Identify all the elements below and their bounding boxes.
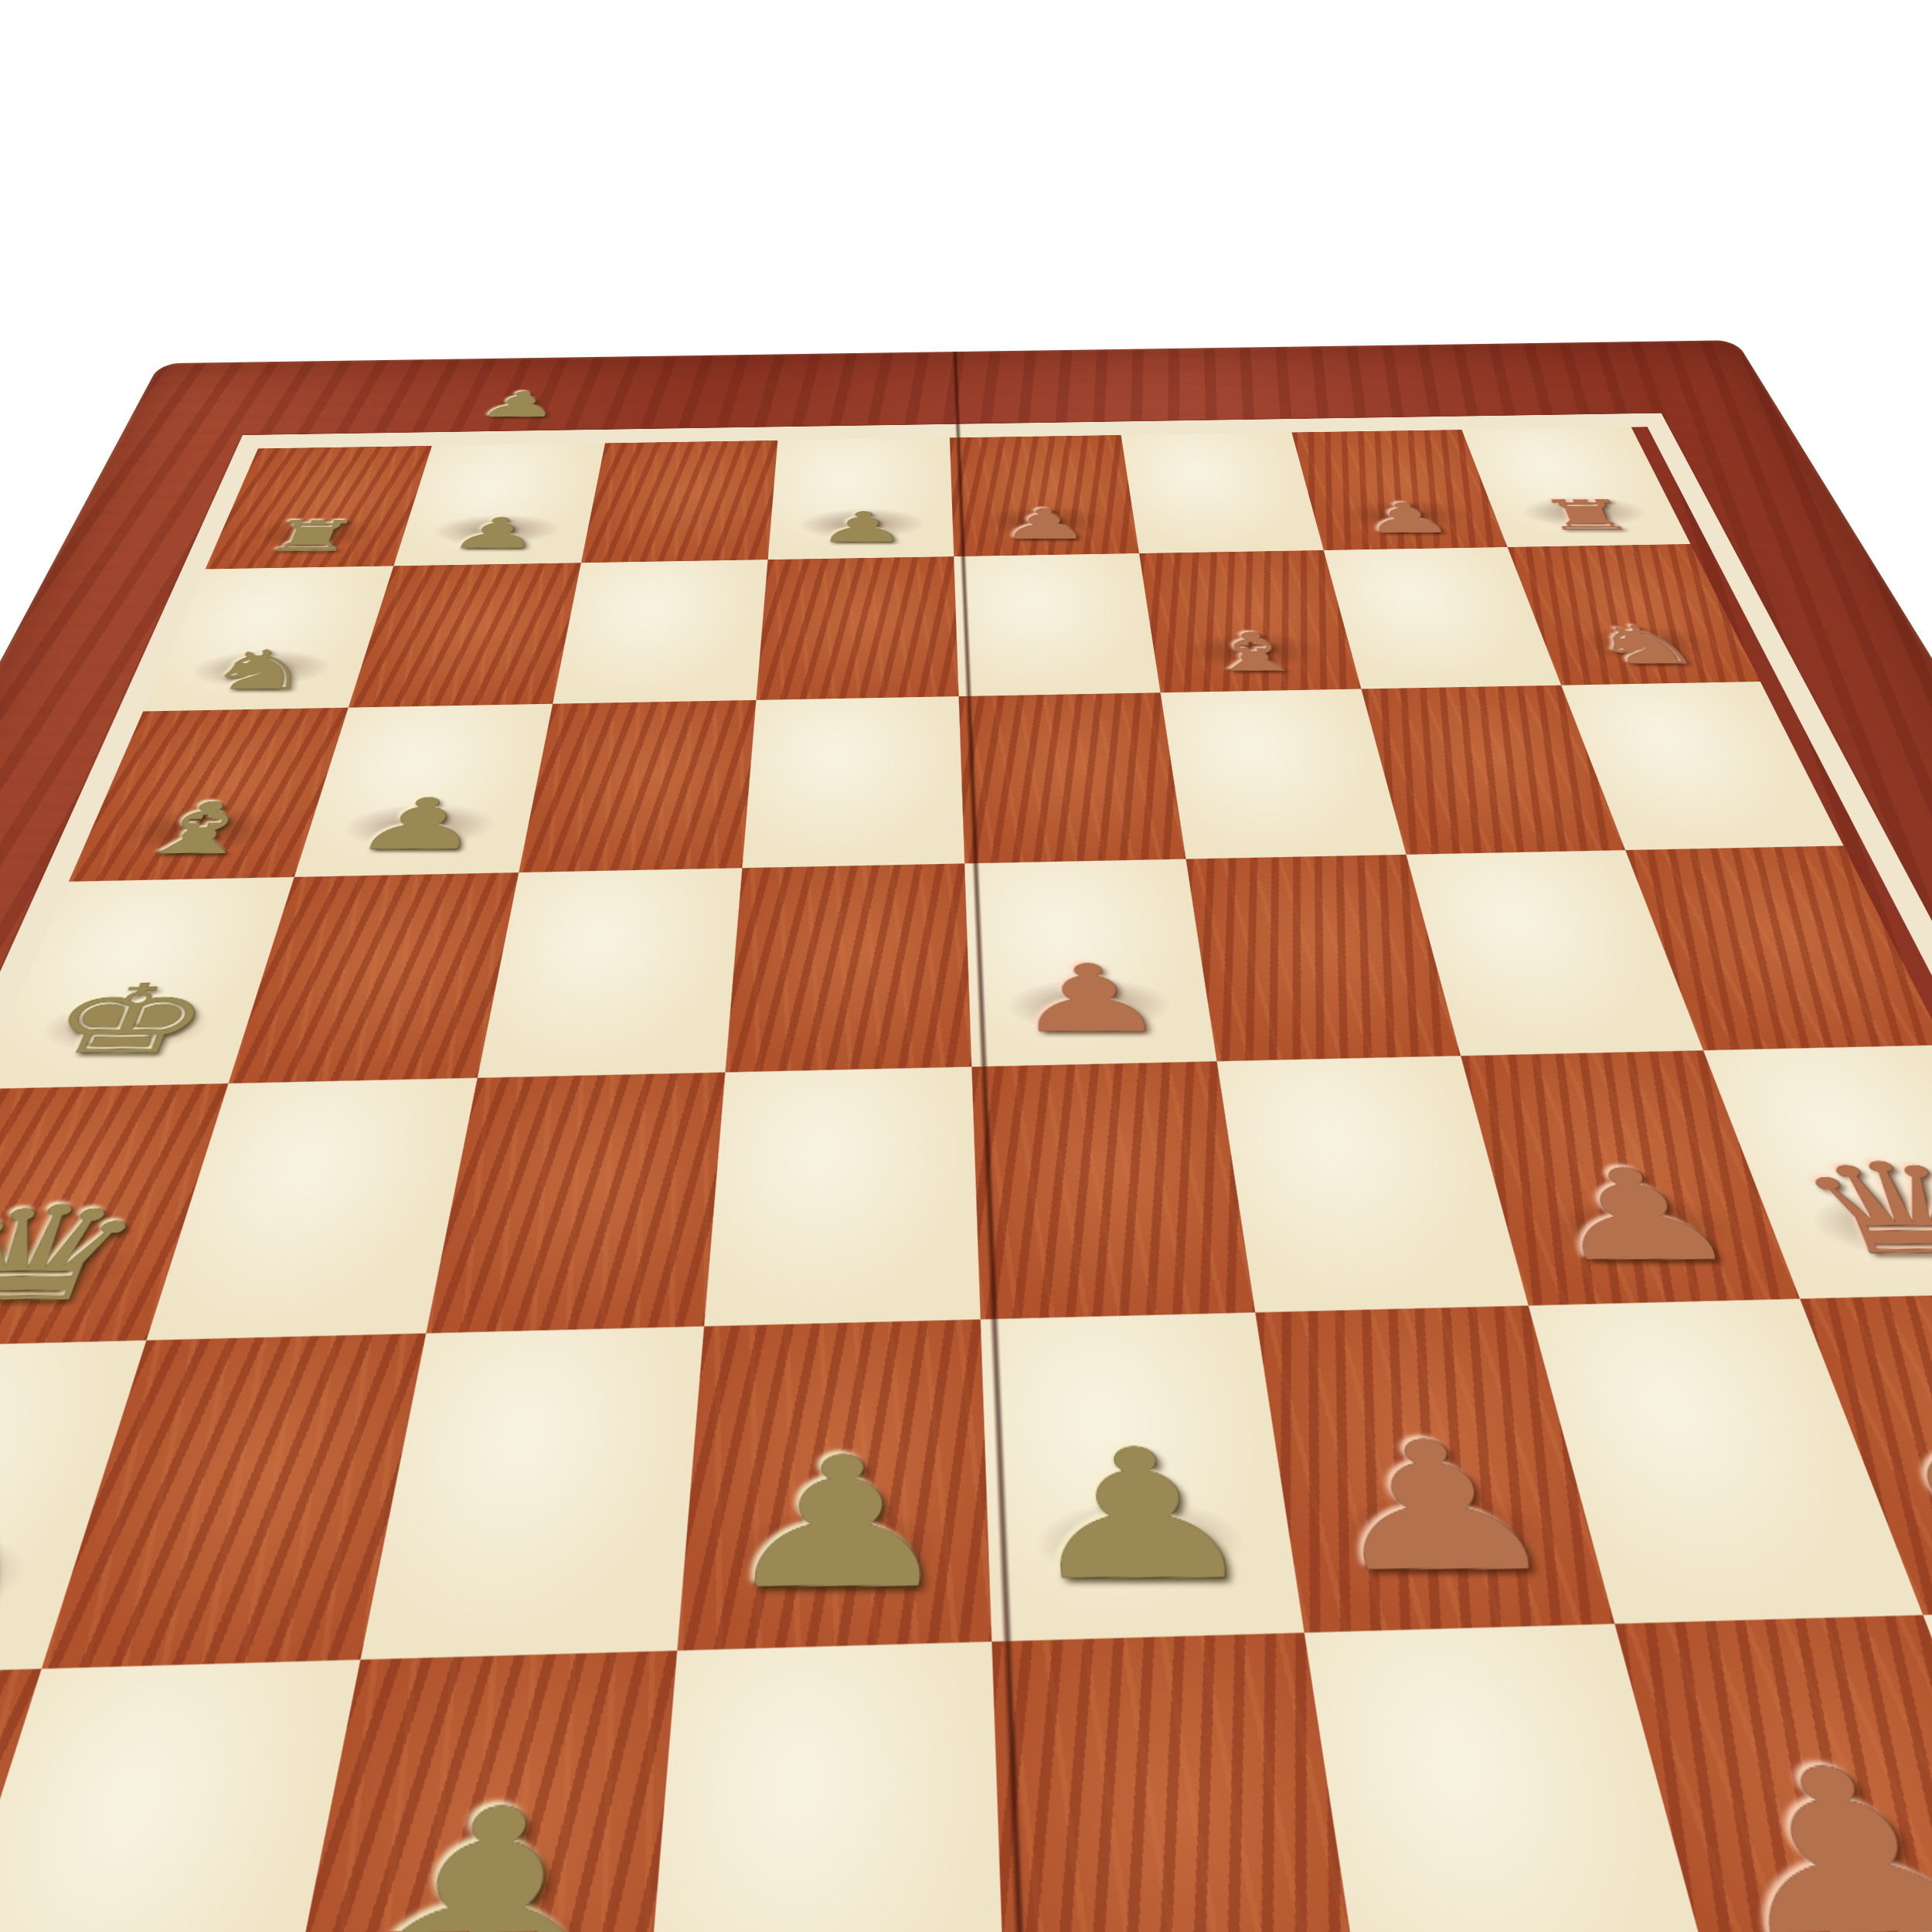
square-b3[interactable] bbox=[42, 1333, 427, 1668]
pawn-glyph: ♟ bbox=[1303, 1420, 1577, 1599]
copper-knight-h7[interactable]: ♞ bbox=[1508, 544, 1760, 685]
square-h4[interactable]: ♛ bbox=[1703, 1045, 1932, 1298]
piece-shadow bbox=[1726, 1852, 1932, 1932]
piece-shadow bbox=[1002, 976, 1179, 1035]
pawn-glyph: ♟ bbox=[998, 504, 1092, 546]
pawn-glyph: ♟ bbox=[473, 387, 567, 422]
square-h3[interactable]: ♚ bbox=[1800, 1292, 1932, 1615]
piece-shadow bbox=[111, 806, 287, 855]
king-glyph: ♚ bbox=[1872, 1405, 1932, 1582]
piece-shadow bbox=[1325, 1488, 1559, 1581]
square-d4[interactable] bbox=[704, 1066, 981, 1326]
square-e2[interactable] bbox=[992, 1633, 1369, 1932]
square-e3[interactable]: ♟ bbox=[981, 1312, 1304, 1641]
square-c4[interactable] bbox=[426, 1073, 725, 1334]
square-c5[interactable] bbox=[478, 868, 743, 1078]
pawn-glyph: ♟ bbox=[815, 507, 910, 549]
chess-board-box: ♜♟♟♟♟♜♞♝♞♝♟♚♟♛♟♛♞♟♟♟♚♟♟♞♜♟♜ ♟ bbox=[0, 340, 1932, 1932]
pawn-glyph: ♟ bbox=[1668, 1739, 1932, 1932]
square-e7[interactable] bbox=[954, 553, 1160, 696]
piece-shadow bbox=[1179, 631, 1328, 672]
square-c2[interactable]: ♟ bbox=[274, 1651, 677, 1932]
square-f4[interactable] bbox=[1217, 1056, 1529, 1312]
square-b4[interactable] bbox=[146, 1078, 477, 1341]
chess-board: ♜♟♟♟♟♜♞♝♞♝♟♚♟♛♟♛♞♟♟♟♚♟♟♞♜♟♜ bbox=[0, 413, 1932, 1932]
square-c6[interactable] bbox=[519, 700, 756, 872]
square-e6[interactable] bbox=[959, 692, 1186, 863]
square-f6[interactable] bbox=[1161, 689, 1406, 859]
piece-shadow bbox=[1911, 1472, 1932, 1565]
brass-knight-a7[interactable]: ♞ bbox=[143, 566, 393, 711]
square-f5[interactable] bbox=[1186, 855, 1461, 1062]
pawn-glyph: ♟ bbox=[344, 790, 495, 861]
copper-pawn-g2[interactable]: ♟ bbox=[1614, 1615, 1932, 1932]
piece-shadow bbox=[1513, 495, 1656, 529]
square-h2[interactable]: ♞ bbox=[1923, 1607, 1932, 1932]
brass-pawn-d8[interactable]: ♟ bbox=[768, 437, 954, 560]
piece-shadow bbox=[26, 996, 223, 1056]
pawn-glyph: ♟ bbox=[1015, 1427, 1270, 1607]
brass-pawn-d3[interactable]: ♟ bbox=[677, 1319, 992, 1651]
brass-king-a5[interactable]: ♚ bbox=[0, 877, 294, 1089]
square-a2[interactable] bbox=[0, 1668, 42, 1932]
piece-shadow bbox=[0, 1231, 144, 1306]
square-a7[interactable]: ♞ bbox=[143, 566, 393, 711]
square-a3[interactable]: ♞ bbox=[0, 1340, 146, 1678]
square-g2[interactable]: ♟ bbox=[1614, 1615, 1932, 1932]
piece-shadow bbox=[795, 507, 927, 541]
wooden-frame: ♜♟♟♟♟♜♞♝♞♝♟♚♟♛♟♛♞♟♟♟♚♟♟♞♜♟♜ ♟ bbox=[0, 340, 1932, 1932]
square-e4[interactable] bbox=[971, 1061, 1255, 1319]
piece-shadow bbox=[978, 504, 1111, 538]
piece-shadow bbox=[240, 516, 384, 551]
piece-shadow bbox=[1794, 1187, 1932, 1260]
knight-glyph: ♞ bbox=[1581, 620, 1711, 672]
piece-shadow bbox=[181, 648, 339, 689]
brass-frame-pawn[interactable]: ♟ bbox=[430, 366, 530, 425]
brass-pawn-b6[interactable]: ♟ bbox=[294, 704, 553, 877]
piece-shadow bbox=[425, 513, 566, 548]
piece-shadow bbox=[0, 1528, 44, 1624]
copper-pawn-f3[interactable]: ♟ bbox=[1255, 1305, 1614, 1632]
pawn-glyph: ♟ bbox=[302, 1778, 653, 1932]
square-g4[interactable]: ♟ bbox=[1461, 1050, 1800, 1305]
piece-shadow bbox=[1566, 624, 1723, 664]
brass-knight-a3[interactable]: ♞ bbox=[0, 1340, 146, 1678]
brass-pawn-c2[interactable]: ♟ bbox=[274, 1651, 677, 1932]
copper-rook-h8[interactable]: ♜ bbox=[1462, 427, 1691, 547]
square-g7[interactable] bbox=[1324, 547, 1561, 689]
copper-queen-h4[interactable]: ♛ bbox=[1703, 1045, 1932, 1298]
square-d8[interactable]: ♟ bbox=[768, 437, 954, 560]
square-c7[interactable] bbox=[553, 560, 767, 704]
copper-pawn-g4[interactable]: ♟ bbox=[1461, 1050, 1800, 1305]
piece-shadow bbox=[1029, 1496, 1254, 1590]
pawn-glyph: ♟ bbox=[1009, 953, 1173, 1046]
square-g5[interactable] bbox=[1406, 850, 1704, 1056]
pawn-glyph: ♟ bbox=[1525, 1154, 1756, 1281]
piece-shadow bbox=[334, 802, 503, 851]
square-f3[interactable]: ♟ bbox=[1255, 1305, 1614, 1632]
knight-glyph: ♞ bbox=[0, 1458, 84, 1643]
brass-pawn-b8[interactable]: ♟ bbox=[393, 443, 605, 566]
square-e5[interactable]: ♟ bbox=[964, 859, 1216, 1067]
square-f7[interactable]: ♝ bbox=[1139, 550, 1361, 692]
brass-queen-a4[interactable]: ♛ bbox=[0, 1083, 229, 1348]
square-h8[interactable]: ♜ bbox=[1462, 427, 1691, 547]
square-c8[interactable] bbox=[581, 440, 777, 563]
piece-shadow bbox=[725, 1504, 947, 1599]
square-b5[interactable] bbox=[229, 872, 519, 1083]
square-f8[interactable] bbox=[1121, 433, 1324, 554]
square-f2[interactable] bbox=[1304, 1624, 1729, 1932]
square-d6[interactable] bbox=[742, 696, 964, 868]
pawn-glyph: ♟ bbox=[1355, 498, 1459, 539]
square-b6[interactable]: ♟ bbox=[294, 704, 553, 877]
knight-glyph: ♞ bbox=[195, 644, 326, 698]
queen-glyph: ♛ bbox=[0, 1190, 162, 1321]
brass-pawn-e3[interactable]: ♟ bbox=[981, 1312, 1304, 1641]
square-a8[interactable]: ♜ bbox=[206, 446, 432, 570]
rook-glyph: ♜ bbox=[1532, 495, 1641, 536]
square-d5[interactable] bbox=[725, 863, 971, 1072]
square-d3[interactable]: ♟ bbox=[677, 1319, 992, 1651]
square-b8[interactable]: ♟ bbox=[393, 443, 605, 566]
square-a5[interactable]: ♚ bbox=[0, 877, 294, 1089]
queen-glyph: ♛ bbox=[1779, 1148, 1932, 1274]
copper-king-h3[interactable]: ♚ bbox=[1800, 1292, 1932, 1615]
rook-glyph: ♜ bbox=[256, 515, 366, 558]
square-g8[interactable]: ♟ bbox=[1291, 430, 1507, 550]
bishop-glyph: ♝ bbox=[120, 794, 280, 865]
square-h7[interactable]: ♞ bbox=[1508, 544, 1760, 685]
square-a6[interactable]: ♝ bbox=[69, 708, 349, 882]
product-photo: ♜♟♟♟♟♜♞♝♞♝♟♚♟♛♟♛♞♟♟♟♚♟♟♞♜♟♜ ♟ bbox=[0, 0, 1932, 1932]
square-b2[interactable] bbox=[0, 1660, 360, 1932]
piece-shadow bbox=[1536, 1193, 1747, 1266]
square-e8[interactable]: ♟ bbox=[950, 435, 1139, 556]
square-g6[interactable] bbox=[1361, 685, 1625, 855]
square-h5[interactable] bbox=[1625, 845, 1932, 1050]
brass-rook-a8[interactable]: ♜ bbox=[206, 446, 432, 570]
square-h6[interactable] bbox=[1561, 682, 1843, 850]
square-c3[interactable] bbox=[360, 1326, 704, 1659]
square-g3[interactable] bbox=[1529, 1299, 1923, 1624]
fold-seam bbox=[952, 352, 1088, 1932]
piece-shadow bbox=[338, 1894, 609, 1932]
square-a4[interactable]: ♛ bbox=[0, 1083, 229, 1348]
pawn-glyph: ♟ bbox=[443, 512, 548, 555]
bishop-glyph: ♝ bbox=[1196, 626, 1313, 679]
copper-bishop-f7[interactable]: ♝ bbox=[1139, 550, 1361, 692]
copper-pawn-e5[interactable]: ♟ bbox=[964, 859, 1216, 1067]
square-d7[interactable] bbox=[756, 556, 958, 700]
brass-bishop-a6[interactable]: ♝ bbox=[69, 708, 349, 882]
piece-shadow bbox=[1335, 498, 1475, 532]
copper-pawn-g8[interactable]: ♟ bbox=[1291, 430, 1507, 550]
square-b7[interactable] bbox=[349, 563, 581, 707]
copper-knight-h2[interactable]: ♞ bbox=[1923, 1607, 1932, 1932]
pawn-glyph: ♟ bbox=[710, 1435, 961, 1617]
copper-pawn-e8[interactable]: ♟ bbox=[950, 435, 1139, 556]
king-glyph: ♚ bbox=[29, 973, 226, 1069]
square-d2[interactable] bbox=[641, 1641, 1006, 1932]
